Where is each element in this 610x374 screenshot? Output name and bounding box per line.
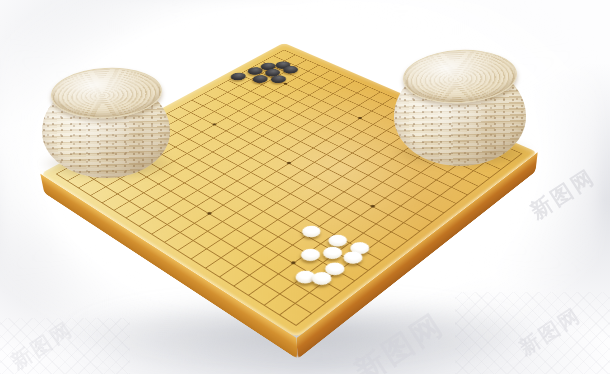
- grid-cell: [369, 167, 395, 182]
- grid-cell: [436, 172, 463, 188]
- grid-cell: [302, 163, 328, 178]
- grid-cell: [307, 244, 336, 262]
- grid-cell: [277, 179, 304, 195]
- grid-cell: [277, 195, 304, 211]
- grid-cell: [395, 166, 421, 181]
- grid-cell: [208, 222, 236, 239]
- grid-cell: [127, 209, 154, 226]
- grid-cell: [278, 228, 306, 246]
- grid-cell: [371, 183, 398, 199]
- stone-bowl-left: [42, 68, 170, 178]
- grid-cell: [276, 164, 302, 179]
- white-stone: [308, 269, 336, 287]
- grid-cell: [250, 196, 277, 212]
- white-stone: [339, 249, 366, 266]
- grid-cell: [344, 184, 371, 200]
- grid-cell: [209, 206, 236, 223]
- grid-cell: [428, 196, 455, 213]
- grid-cell: [250, 265, 279, 284]
- white-stone: [299, 223, 325, 239]
- grid-cell: [323, 253, 352, 272]
- grid-cell: [305, 210, 333, 227]
- hoshi-point: [286, 161, 292, 164]
- grid-cell: [440, 188, 467, 204]
- grid-cell: [294, 273, 324, 293]
- white-stone: [292, 268, 320, 286]
- grid-cell: [192, 249, 221, 268]
- grid-cell: [291, 202, 318, 219]
- grid-cell: [167, 216, 195, 233]
- grid-cell: [250, 247, 279, 266]
- grid-cell: [316, 170, 342, 185]
- grid-cell: [330, 177, 357, 193]
- hoshi-point: [290, 261, 296, 265]
- grid-cell: [279, 264, 308, 283]
- grid-cell: [224, 166, 250, 181]
- grid-cell: [250, 212, 278, 229]
- grid-cell: [250, 229, 278, 247]
- grid-cell: [236, 221, 264, 238]
- grid-cell: [328, 162, 354, 177]
- grid-cell: [165, 233, 193, 251]
- grid-cell: [91, 187, 118, 203]
- grid-cell: [139, 217, 167, 234]
- grid-cell: [354, 160, 380, 175]
- grid-cell: [106, 179, 132, 195]
- grid-cell: [293, 254, 322, 273]
- grid-cell: [352, 252, 381, 271]
- grid-cell: [152, 225, 180, 242]
- grid-cell: [391, 223, 419, 241]
- grid-cell: [378, 232, 407, 250]
- grid-cell: [350, 234, 379, 252]
- grid-cell: [264, 274, 294, 294]
- grid-cell: [103, 194, 130, 210]
- grid-cell: [356, 175, 383, 191]
- grid-cell: [263, 172, 289, 187]
- grid-cell: [250, 285, 280, 305]
- grid-cell: [169, 199, 196, 215]
- white-stone: [319, 244, 346, 261]
- grid-cell: [321, 235, 350, 253]
- grid-cell: [193, 232, 221, 250]
- grid-cell: [336, 243, 365, 261]
- grid-cell: [304, 193, 331, 209]
- grid-cell: [180, 224, 208, 241]
- grid-cell: [130, 193, 157, 209]
- grid-cell: [365, 242, 394, 260]
- grid-cell: [416, 205, 444, 222]
- grid-cell: [264, 255, 293, 274]
- grid-cell: [358, 191, 385, 207]
- grid-cell: [171, 183, 198, 199]
- grid-cell: [310, 282, 340, 302]
- grid-cell: [292, 219, 320, 236]
- grid-cell: [318, 201, 345, 218]
- grid-cell: [197, 182, 224, 198]
- grid-cell: [348, 216, 376, 233]
- grid-cell: [250, 165, 276, 180]
- grid-cell: [235, 276, 265, 296]
- white-stone: [297, 246, 324, 263]
- grid-cell: [237, 188, 264, 204]
- grid-cell: [236, 239, 265, 257]
- grid-cell: [264, 237, 293, 255]
- grid-cell: [223, 197, 250, 213]
- grid-cell: [303, 178, 330, 194]
- grid-cell: [207, 240, 236, 258]
- white-stone: [325, 233, 352, 250]
- grid-cell: [118, 186, 145, 202]
- grid-cell: [264, 203, 291, 220]
- grid-cell: [398, 181, 425, 197]
- grid-cell: [463, 171, 490, 187]
- photo-stage: 新图网新图网新图网新图网: [0, 0, 610, 374]
- grid-cell: [280, 304, 311, 325]
- grid-cell: [409, 173, 436, 189]
- grid-cell: [293, 236, 322, 254]
- grid-cell: [237, 173, 263, 188]
- grid-cell: [206, 258, 235, 277]
- grid-cell: [424, 180, 451, 196]
- grid-cell: [388, 206, 416, 223]
- grid-cell: [413, 189, 440, 205]
- grid-cell: [404, 214, 432, 231]
- grid-cell: [278, 211, 306, 228]
- grid-cell: [196, 198, 223, 214]
- grid-cell: [309, 263, 338, 282]
- white-stone: [321, 260, 348, 278]
- grid-cell: [182, 207, 209, 224]
- grid-cell: [320, 218, 348, 235]
- grid-cell: [338, 262, 367, 281]
- grid-cell: [195, 214, 223, 231]
- grid-cell: [346, 200, 373, 217]
- grid-cell: [79, 180, 105, 196]
- grid-cell: [373, 199, 400, 216]
- grid-cell: [235, 257, 264, 276]
- grid-cell: [115, 202, 142, 218]
- grid-cell: [400, 197, 427, 214]
- stone-bowl-right: [394, 50, 526, 166]
- grid-cell: [210, 190, 237, 206]
- grid-cell: [185, 175, 211, 190]
- hoshi-point: [206, 212, 212, 216]
- grid-cell: [264, 220, 292, 237]
- grid-cell: [220, 267, 249, 286]
- grid-cell: [376, 215, 404, 232]
- grid-cell: [156, 192, 183, 208]
- grid-cell: [221, 248, 250, 267]
- grid-cell: [361, 207, 389, 224]
- grid-cell: [290, 186, 317, 202]
- hoshi-point: [370, 205, 376, 209]
- white-stone: [347, 240, 374, 257]
- grid-cell: [290, 171, 316, 186]
- grid-cell: [333, 209, 361, 226]
- grid-cell: [383, 174, 410, 190]
- grid-cell: [306, 227, 334, 245]
- grid-cell: [222, 213, 250, 230]
- grid-cell: [142, 200, 169, 216]
- grid-cell: [295, 293, 325, 314]
- grid-cell: [144, 185, 171, 201]
- grid-cell: [224, 181, 251, 197]
- grid-cell: [222, 230, 250, 248]
- grid-cell: [183, 191, 210, 207]
- grid-cell: [331, 192, 358, 208]
- grid-cell: [451, 179, 478, 195]
- grid-cell: [250, 180, 277, 196]
- grid-cell: [264, 187, 291, 203]
- grid-cell: [324, 272, 354, 292]
- grid-cell: [211, 174, 237, 189]
- grid-cell: [179, 241, 208, 259]
- grid-cell: [265, 294, 295, 315]
- grid-cell: [279, 246, 308, 264]
- grid-cell: [280, 283, 310, 303]
- grid-cell: [236, 204, 263, 221]
- grid-cell: [363, 224, 391, 242]
- grid-cell: [335, 225, 363, 243]
- grid-cell: [342, 168, 368, 183]
- grid-cell: [317, 185, 344, 201]
- grid-cell: [154, 208, 181, 225]
- grid-cell: [198, 167, 224, 182]
- grid-cell: [385, 190, 412, 206]
